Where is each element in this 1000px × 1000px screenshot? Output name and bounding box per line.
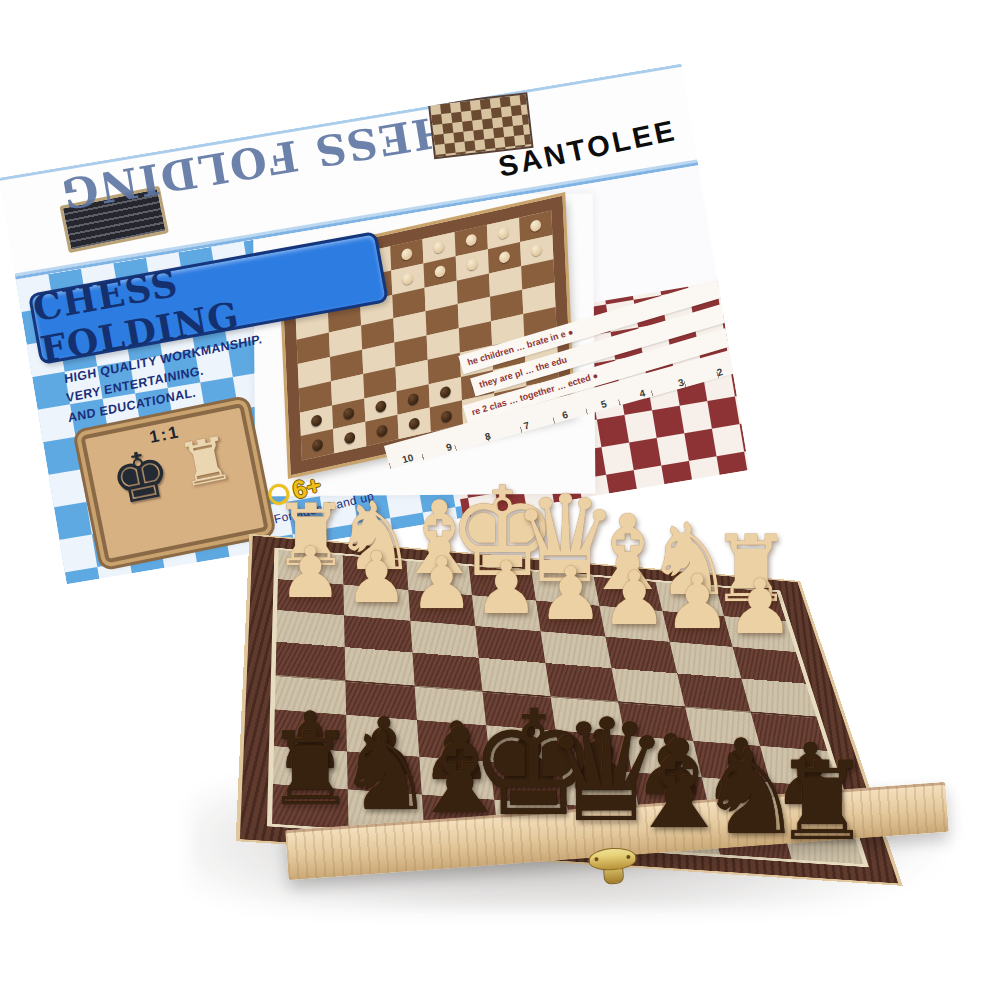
box-photo-white-piece — [401, 248, 412, 262]
product-photo-stage: CHESS FOLDING SANTOLEE he children … bra… — [0, 0, 1000, 1000]
box-photo-black-piece — [440, 385, 451, 399]
piece-bR-a8[interactable]: ♜ — [740, 747, 904, 856]
clasp-plate — [588, 846, 637, 871]
box-photo-white-piece — [530, 219, 541, 233]
square-g4[interactable] — [344, 647, 414, 686]
box-photo-white-piece — [466, 234, 477, 248]
box-photo-white-piece — [499, 251, 510, 265]
ruler-number: 7 — [522, 420, 530, 432]
box-photo-white-piece — [467, 258, 478, 272]
emblem-white-rook-icon: ♜ — [173, 427, 239, 502]
brass-clasp — [587, 846, 639, 885]
box-photo-black-piece — [409, 417, 420, 431]
ruler-number: 3 — [677, 377, 685, 389]
box-photo-black-piece — [375, 400, 386, 414]
square-h3[interactable] — [276, 610, 344, 647]
ruler-number: 2 — [716, 366, 724, 378]
box-photo-black-piece — [408, 393, 419, 407]
ruler-number: 6 — [561, 409, 569, 421]
box-photo-black-piece — [441, 409, 452, 423]
box-photo-white-piece — [434, 265, 445, 279]
box-photo-black-piece — [343, 407, 354, 421]
box-photo-black-piece — [376, 424, 387, 438]
box-photo-black-piece — [312, 438, 323, 452]
box-photo-white-piece — [402, 272, 413, 286]
ruler-number: 4 — [638, 387, 646, 399]
emblem-black-king-icon: ♚ — [105, 439, 176, 515]
box-photo-white-piece — [531, 243, 542, 257]
piece-wP-a2[interactable]: ♟ — [703, 570, 817, 646]
square-h4[interactable] — [276, 642, 346, 681]
box-photo-white-piece — [433, 241, 444, 255]
box-photo-black-piece — [311, 414, 322, 428]
box-photo-white-piece — [498, 227, 509, 241]
ruler-number: 8 — [484, 430, 492, 442]
ruler-number: 5 — [600, 398, 608, 410]
ruler-number: 9 — [445, 441, 453, 453]
box-photo-black-piece — [344, 431, 355, 445]
